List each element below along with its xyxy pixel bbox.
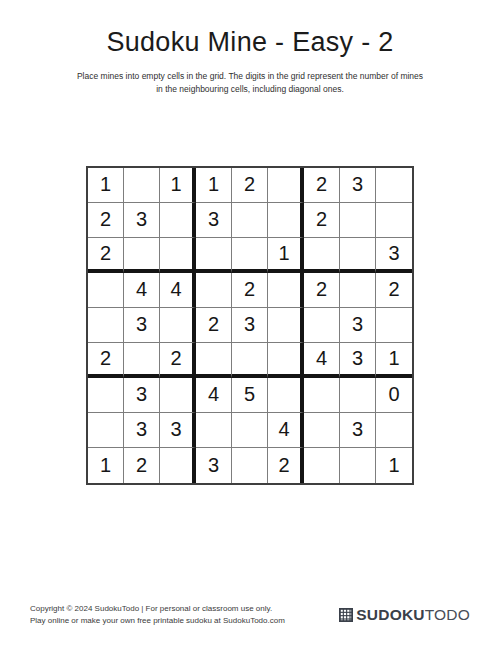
grid-cell-r9c7[interactable] (304, 448, 340, 483)
grid-cell-r5c7[interactable] (304, 308, 340, 343)
grid-cell-r7c1[interactable] (88, 378, 124, 413)
clue-digit: 3 (352, 173, 363, 196)
grid-cell-r7c5[interactable]: 5 (232, 378, 268, 413)
grid-cell-r4c6[interactable] (268, 273, 304, 308)
grid-cell-r6c4[interactable] (196, 343, 232, 378)
clue-digit: 3 (352, 347, 363, 370)
clue-digit: 1 (100, 454, 111, 477)
grid-cell-r4c7[interactable]: 2 (304, 273, 340, 308)
clue-digit: 2 (278, 454, 289, 477)
grid-cell-r9c8[interactable] (340, 448, 376, 483)
grid-cell-r9c5[interactable] (232, 448, 268, 483)
clue-digit: 4 (170, 278, 181, 301)
grid-cell-r7c8[interactable] (340, 378, 376, 413)
grid-cell-r4c9[interactable]: 2 (376, 273, 412, 308)
clue-digit: 5 (244, 383, 255, 406)
grid-cell-r3c9[interactable]: 3 (376, 238, 412, 273)
clue-digit: 2 (388, 278, 399, 301)
grid-cell-r4c5[interactable]: 2 (232, 273, 268, 308)
clue-digit: 3 (388, 242, 399, 265)
grid-cell-r4c2[interactable]: 4 (124, 273, 160, 308)
clue-digit: 2 (244, 173, 255, 196)
clue-digit: 1 (100, 173, 111, 196)
clue-digit: 2 (170, 347, 181, 370)
copyright-line-2: Play online or make your own free printa… (30, 616, 285, 625)
grid-cell-r3c4[interactable] (196, 238, 232, 273)
logo-text: SUDOKUTODO (356, 606, 470, 624)
copyright-line-1: Copyright © 2024 SudokuTodo | For person… (30, 604, 272, 613)
grid-cell-r3c5[interactable] (232, 238, 268, 273)
grid-cell-r7c3[interactable] (160, 378, 196, 413)
grid-cell-r6c1[interactable]: 2 (88, 343, 124, 378)
clue-digit: 2 (136, 454, 147, 477)
grid-cell-r2c2[interactable]: 3 (124, 203, 160, 238)
grid-cell-r5c4[interactable]: 2 (196, 308, 232, 343)
grid-cell-r9c6[interactable]: 2 (268, 448, 304, 483)
grid-cell-r6c2[interactable] (124, 343, 160, 378)
grid-cell-r2c1[interactable]: 2 (88, 203, 124, 238)
grid-cell-r6c3[interactable]: 2 (160, 343, 196, 378)
grid-cell-r2c9[interactable] (376, 203, 412, 238)
grid-cell-r9c4[interactable]: 3 (196, 448, 232, 483)
grid-cell-r7c9[interactable]: 0 (376, 378, 412, 413)
clue-digit: 2 (316, 208, 327, 231)
grid-cell-r2c5[interactable] (232, 203, 268, 238)
clue-digit: 3 (352, 418, 363, 441)
clue-digit: 2 (316, 173, 327, 196)
grid-cell-r5c8[interactable]: 3 (340, 308, 376, 343)
grid-cell-r3c8[interactable] (340, 238, 376, 273)
clue-digit: 1 (388, 347, 399, 370)
grid-cell-r1c3[interactable]: 1 (160, 168, 196, 203)
clue-digit: 3 (170, 418, 181, 441)
grid-cell-r2c7[interactable]: 2 (304, 203, 340, 238)
grid-cell-r4c1[interactable] (88, 273, 124, 308)
grid-cell-r2c6[interactable] (268, 203, 304, 238)
clue-digit: 1 (208, 173, 219, 196)
grid-cell-r8c9[interactable] (376, 413, 412, 448)
grid-cell-r8c2[interactable]: 3 (124, 413, 160, 448)
page-title: Sudoku Mine - Easy - 2 (0, 27, 500, 58)
clue-digit: 4 (316, 347, 327, 370)
clue-digit: 1 (278, 242, 289, 265)
grid-cell-r6c7[interactable]: 4 (304, 343, 340, 378)
grid-cell-r5c5[interactable]: 3 (232, 308, 268, 343)
instructions: Place mines into empty cells in the grid… (0, 70, 500, 96)
grid-cell-r8c7[interactable] (304, 413, 340, 448)
copyright-text: Copyright © 2024 SudokuTodo | For person… (30, 603, 285, 627)
grid-cell-r6c9[interactable]: 1 (376, 343, 412, 378)
grid-cell-r2c4[interactable]: 3 (196, 203, 232, 238)
clue-digit: 3 (136, 313, 147, 336)
grid-cell-r7c7[interactable] (304, 378, 340, 413)
grid-cell-r6c8[interactable]: 3 (340, 343, 376, 378)
grid-cell-r3c7[interactable] (304, 238, 340, 273)
grid-cell-r4c4[interactable] (196, 273, 232, 308)
grid-cell-r1c6[interactable] (268, 168, 304, 203)
grid-cell-r4c3[interactable]: 4 (160, 273, 196, 308)
grid-cell-r8c8[interactable]: 3 (340, 413, 376, 448)
clue-digit: 2 (100, 347, 111, 370)
clue-digit: 2 (100, 242, 111, 265)
sudokutodo-logo: SUDOKUTODO (339, 606, 470, 624)
grid-cell-r9c3[interactable] (160, 448, 196, 483)
grid-cell-r8c3[interactable]: 3 (160, 413, 196, 448)
grid-cell-r3c3[interactable] (160, 238, 196, 273)
clue-digit: 2 (208, 313, 219, 336)
grid-cell-r7c6[interactable] (268, 378, 304, 413)
clue-digit: 3 (136, 418, 147, 441)
clue-digit: 3 (352, 313, 363, 336)
grid-cell-r9c1[interactable]: 1 (88, 448, 124, 483)
clue-digit: 3 (208, 454, 219, 477)
clue-digit: 3 (136, 383, 147, 406)
clue-digit: 0 (388, 383, 399, 406)
grid-cell-r8c4[interactable] (196, 413, 232, 448)
sudoku-mine-board: 1112232332213442223233224313450334312321 (86, 166, 414, 485)
clue-digit: 1 (170, 173, 181, 196)
clue-digit: 1 (388, 454, 399, 477)
grid-cell-r7c2[interactable]: 3 (124, 378, 160, 413)
grid-cell-r6c6[interactable] (268, 343, 304, 378)
grid-cell-r1c9[interactable] (376, 168, 412, 203)
grid-cell-r1c4[interactable]: 1 (196, 168, 232, 203)
grid-cell-r5c9[interactable] (376, 308, 412, 343)
grid-cell-r4c8[interactable] (340, 273, 376, 308)
grid-cell-r7c4[interactable]: 4 (196, 378, 232, 413)
clue-digit: 3 (136, 208, 147, 231)
grid-cell-r8c1[interactable] (88, 413, 124, 448)
grid-cell-r1c8[interactable]: 3 (340, 168, 376, 203)
grid-cell-r5c6[interactable] (268, 308, 304, 343)
page-footer: Copyright © 2024 SudokuTodo | For person… (30, 603, 470, 627)
clue-digit: 3 (208, 208, 219, 231)
grid-cell-r3c6[interactable]: 1 (268, 238, 304, 273)
grid-cell-r8c5[interactable] (232, 413, 268, 448)
grid-cell-r6c5[interactable] (232, 343, 268, 378)
grid-cell-r3c1[interactable]: 2 (88, 238, 124, 273)
instructions-line-2: in the neighbouring cells, including dia… (156, 84, 344, 94)
grid-cell-r1c1[interactable]: 1 (88, 168, 124, 203)
grid-cell-r2c3[interactable] (160, 203, 196, 238)
grid-cell-r5c3[interactable] (160, 308, 196, 343)
clue-digit: 2 (100, 208, 111, 231)
grid-cell-r1c7[interactable]: 2 (304, 168, 340, 203)
logo-text-todo: TODO (425, 606, 470, 623)
grid-cell-r9c9[interactable]: 1 (376, 448, 412, 483)
grid-cell-r1c2[interactable] (124, 168, 160, 203)
clue-digit: 4 (278, 418, 289, 441)
grid-cell-r3c2[interactable] (124, 238, 160, 273)
clue-digit: 3 (244, 313, 255, 336)
grid-cell-r8c6[interactable]: 4 (268, 413, 304, 448)
grid-cell-r9c2[interactable]: 2 (124, 448, 160, 483)
clue-digit: 4 (136, 278, 147, 301)
clue-digit: 2 (244, 278, 255, 301)
grid-icon (339, 608, 353, 622)
clue-digit: 4 (208, 383, 219, 406)
grid-cell-r2c8[interactable] (340, 203, 376, 238)
grid-cell-r1c5[interactable]: 2 (232, 168, 268, 203)
logo-text-sudoku: SUDOKU (356, 606, 424, 623)
grid-cell-r5c1[interactable] (88, 308, 124, 343)
clue-digit: 2 (316, 278, 327, 301)
instructions-line-1: Place mines into empty cells in the grid… (77, 71, 423, 81)
grid-cell-r5c2[interactable]: 3 (124, 308, 160, 343)
